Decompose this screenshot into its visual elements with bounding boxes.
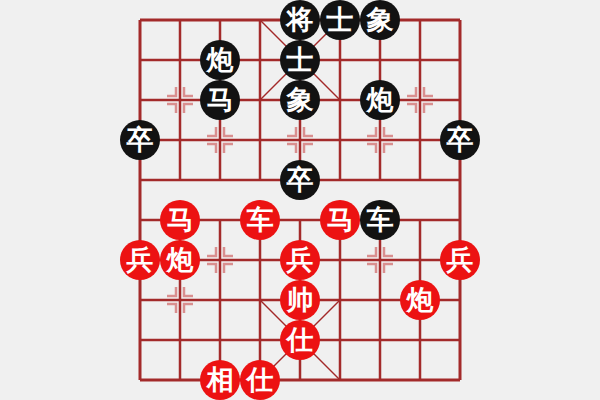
piece-black-pawn[interactable]: 卒 <box>440 120 480 160</box>
piece-black-cannon[interactable]: 炮 <box>200 40 240 80</box>
piece-red-chariot[interactable]: 车 <box>240 200 280 240</box>
piece-red-advisor[interactable]: 仕 <box>240 360 280 400</box>
piece-red-horse[interactable]: 马 <box>160 200 200 240</box>
piece-black-elephant[interactable]: 象 <box>280 80 320 120</box>
piece-red-elephant[interactable]: 相 <box>200 360 240 400</box>
xiangqi-board[interactable]: 将士象炮士马象炮卒卒卒马车马车兵炮兵兵帅炮仕相仕 <box>0 0 600 400</box>
piece-red-pawn[interactable]: 兵 <box>440 240 480 280</box>
piece-red-general[interactable]: 帅 <box>280 280 320 320</box>
piece-red-pawn[interactable]: 兵 <box>280 240 320 280</box>
piece-black-advisor[interactable]: 士 <box>320 0 360 40</box>
piece-red-cannon[interactable]: 炮 <box>160 240 200 280</box>
piece-red-horse[interactable]: 马 <box>320 200 360 240</box>
piece-red-pawn[interactable]: 兵 <box>120 240 160 280</box>
piece-black-elephant[interactable]: 象 <box>360 0 400 40</box>
piece-black-advisor[interactable]: 士 <box>280 40 320 80</box>
piece-black-horse[interactable]: 马 <box>200 80 240 120</box>
piece-red-advisor[interactable]: 仕 <box>280 320 320 360</box>
piece-layer: 将士象炮士马象炮卒卒卒马车马车兵炮兵兵帅炮仕相仕 <box>120 0 480 400</box>
piece-black-pawn[interactable]: 卒 <box>120 120 160 160</box>
piece-black-chariot[interactable]: 车 <box>360 200 400 240</box>
piece-black-cannon[interactable]: 炮 <box>360 80 400 120</box>
piece-black-general[interactable]: 将 <box>280 0 320 40</box>
piece-black-pawn[interactable]: 卒 <box>280 160 320 200</box>
piece-red-cannon[interactable]: 炮 <box>400 280 440 320</box>
